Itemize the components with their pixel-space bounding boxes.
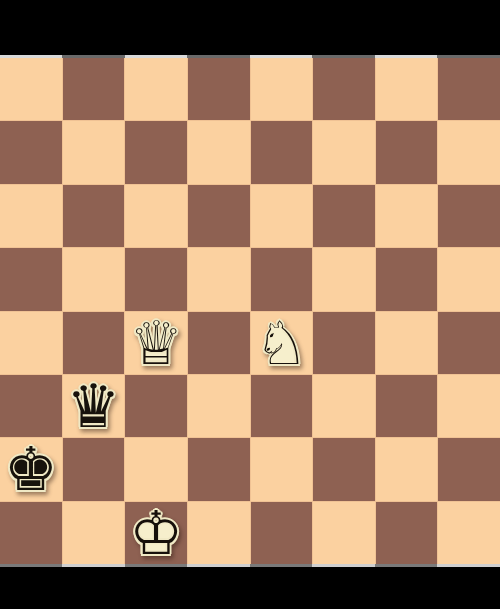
square-h4[interactable] [438, 312, 500, 374]
square-a4[interactable] [0, 312, 62, 374]
square-e4[interactable]: ♞♘ [251, 312, 313, 374]
square-g8[interactable] [376, 58, 438, 120]
square-a3[interactable] [0, 375, 62, 437]
square-h2[interactable] [438, 438, 500, 500]
white-king[interactable]: ♚♔ [125, 502, 187, 564]
square-f8[interactable] [313, 58, 375, 120]
chess-app-window: ♛♕♞♘♛♚♚♔ [0, 0, 500, 609]
square-h3[interactable] [438, 375, 500, 437]
black-queen-glyph: ♛ [67, 376, 121, 436]
square-c4[interactable]: ♛♕ [125, 312, 187, 374]
square-c7[interactable] [125, 121, 187, 183]
square-e2[interactable] [251, 438, 313, 500]
square-e5[interactable] [251, 248, 313, 310]
square-g7[interactable] [376, 121, 438, 183]
square-d3[interactable] [188, 375, 250, 437]
square-g1[interactable] [376, 502, 438, 564]
square-b8[interactable] [63, 58, 125, 120]
black-king[interactable]: ♚ [0, 438, 62, 500]
chess-board: ♛♕♞♘♛♚♚♔ [0, 58, 500, 564]
square-e6[interactable] [251, 185, 313, 247]
square-f1[interactable] [313, 502, 375, 564]
square-b6[interactable] [63, 185, 125, 247]
white-king-outline: ♔ [129, 503, 183, 563]
square-e1[interactable] [251, 502, 313, 564]
square-h6[interactable] [438, 185, 500, 247]
square-c6[interactable] [125, 185, 187, 247]
square-h1[interactable] [438, 502, 500, 564]
white-queen[interactable]: ♛♕ [125, 312, 187, 374]
square-f2[interactable] [313, 438, 375, 500]
square-f3[interactable] [313, 375, 375, 437]
square-c8[interactable] [125, 58, 187, 120]
square-g3[interactable] [376, 375, 438, 437]
white-queen-outline: ♕ [129, 313, 183, 373]
square-a2[interactable]: ♚ [0, 438, 62, 500]
square-b5[interactable] [63, 248, 125, 310]
black-queen[interactable]: ♛ [63, 375, 125, 437]
white-knight[interactable]: ♞♘ [251, 312, 313, 374]
square-e7[interactable] [251, 121, 313, 183]
square-g5[interactable] [376, 248, 438, 310]
square-d1[interactable] [188, 502, 250, 564]
square-a8[interactable] [0, 58, 62, 120]
square-d8[interactable] [188, 58, 250, 120]
square-b7[interactable] [63, 121, 125, 183]
square-a6[interactable] [0, 185, 62, 247]
square-c1[interactable]: ♚♔ [125, 502, 187, 564]
square-e3[interactable] [251, 375, 313, 437]
square-b2[interactable] [63, 438, 125, 500]
square-g2[interactable] [376, 438, 438, 500]
square-d4[interactable] [188, 312, 250, 374]
square-f7[interactable] [313, 121, 375, 183]
square-f4[interactable] [313, 312, 375, 374]
square-b4[interactable] [63, 312, 125, 374]
square-f6[interactable] [313, 185, 375, 247]
white-knight-outline: ♘ [254, 313, 308, 373]
square-d6[interactable] [188, 185, 250, 247]
square-h8[interactable] [438, 58, 500, 120]
square-f5[interactable] [313, 248, 375, 310]
square-c3[interactable] [125, 375, 187, 437]
square-g6[interactable] [376, 185, 438, 247]
black-king-glyph: ♚ [4, 439, 58, 499]
square-d5[interactable] [188, 248, 250, 310]
square-a7[interactable] [0, 121, 62, 183]
square-b1[interactable] [63, 502, 125, 564]
square-h7[interactable] [438, 121, 500, 183]
board-bottom-edge-line [0, 564, 500, 567]
square-h5[interactable] [438, 248, 500, 310]
square-a5[interactable] [0, 248, 62, 310]
square-g4[interactable] [376, 312, 438, 374]
square-e8[interactable] [251, 58, 313, 120]
square-d7[interactable] [188, 121, 250, 183]
square-b3[interactable]: ♛ [63, 375, 125, 437]
square-c2[interactable] [125, 438, 187, 500]
square-d2[interactable] [188, 438, 250, 500]
square-c5[interactable] [125, 248, 187, 310]
square-a1[interactable] [0, 502, 62, 564]
